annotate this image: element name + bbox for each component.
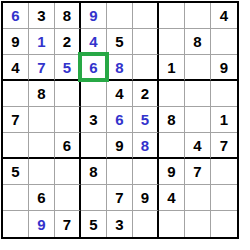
cell-r5c3[interactable] xyxy=(55,107,81,133)
cell-r7c4[interactable]: 8 xyxy=(81,159,107,185)
cell-r7c6[interactable] xyxy=(133,159,159,185)
cell-r2c4[interactable]: 4 xyxy=(81,29,107,55)
cell-r6c1[interactable] xyxy=(3,133,29,159)
cell-r2c8[interactable]: 8 xyxy=(185,29,211,55)
cell-r1c4[interactable]: 9 xyxy=(81,3,107,29)
cell-r1c1[interactable]: 6 xyxy=(3,3,29,29)
cell-r3c1[interactable]: 4 xyxy=(3,55,29,81)
cell-r1c3[interactable]: 8 xyxy=(55,3,81,29)
cell-r8c3[interactable] xyxy=(55,185,81,211)
cell-r1c7[interactable] xyxy=(159,3,185,29)
cell-r1c5[interactable] xyxy=(107,3,133,29)
cell-r2c6[interactable] xyxy=(133,29,159,55)
cell-r3c8[interactable] xyxy=(185,55,211,81)
cell-r8c9[interactable] xyxy=(211,185,237,211)
cell-r5c8[interactable] xyxy=(185,107,211,133)
cell-r1c9[interactable]: 4 xyxy=(211,3,237,29)
cell-r1c8[interactable] xyxy=(185,3,211,29)
cell-r5c2[interactable] xyxy=(29,107,55,133)
cell-r7c7[interactable]: 9 xyxy=(159,159,185,185)
cell-r3c6[interactable] xyxy=(133,55,159,81)
cell-r5c7[interactable]: 8 xyxy=(159,107,185,133)
cell-r1c6[interactable] xyxy=(133,3,159,29)
cell-r9c9[interactable] xyxy=(211,211,237,237)
cell-r2c7[interactable] xyxy=(159,29,185,55)
cell-r4c4[interactable] xyxy=(81,81,107,107)
cell-r4c1[interactable] xyxy=(3,81,29,107)
cell-r3c3[interactable]: 5 xyxy=(55,55,81,81)
cell-r2c1[interactable]: 9 xyxy=(3,29,29,55)
cell-r8c4[interactable] xyxy=(81,185,107,211)
cell-r9c8[interactable] xyxy=(185,211,211,237)
cell-r7c8[interactable]: 7 xyxy=(185,159,211,185)
cell-r6c7[interactable] xyxy=(159,133,185,159)
cell-r1c2[interactable]: 3 xyxy=(29,3,55,29)
cell-r6c6[interactable]: 8 xyxy=(133,133,159,159)
cell-r5c9[interactable]: 1 xyxy=(211,107,237,133)
cell-r9c2[interactable]: 9 xyxy=(29,211,55,237)
cell-r6c8[interactable]: 4 xyxy=(185,133,211,159)
cell-r7c3[interactable] xyxy=(55,159,81,185)
cell-r4c7[interactable] xyxy=(159,81,185,107)
cell-r6c9[interactable]: 7 xyxy=(211,133,237,159)
cell-r3c4[interactable]: 6 xyxy=(81,55,107,81)
cell-r9c4[interactable]: 5 xyxy=(81,211,107,237)
cell-r3c2[interactable]: 7 xyxy=(29,55,55,81)
cell-r9c6[interactable] xyxy=(133,211,159,237)
cell-r6c5[interactable]: 9 xyxy=(107,133,133,159)
cell-r8c1[interactable] xyxy=(3,185,29,211)
cell-r5c6[interactable]: 5 xyxy=(133,107,159,133)
cell-r7c2[interactable] xyxy=(29,159,55,185)
cell-r4c2[interactable]: 8 xyxy=(29,81,55,107)
cell-r5c5[interactable]: 6 xyxy=(107,107,133,133)
sudoku-board: 6389491245847568198427365816984758976794… xyxy=(1,1,239,239)
cell-r9c7[interactable] xyxy=(159,211,185,237)
cell-r8c5[interactable]: 7 xyxy=(107,185,133,211)
cell-r3c5[interactable]: 8 xyxy=(107,55,133,81)
cell-r8c2[interactable]: 6 xyxy=(29,185,55,211)
cell-r8c8[interactable] xyxy=(185,185,211,211)
cell-r5c1[interactable]: 7 xyxy=(3,107,29,133)
cell-r9c1[interactable] xyxy=(3,211,29,237)
cell-r7c5[interactable] xyxy=(107,159,133,185)
cell-r4c8[interactable] xyxy=(185,81,211,107)
cell-r2c3[interactable]: 2 xyxy=(55,29,81,55)
cell-r7c9[interactable] xyxy=(211,159,237,185)
cell-r7c1[interactable]: 5 xyxy=(3,159,29,185)
cell-r6c3[interactable]: 6 xyxy=(55,133,81,159)
cell-r9c5[interactable]: 3 xyxy=(107,211,133,237)
cell-r4c9[interactable] xyxy=(211,81,237,107)
cell-r9c3[interactable]: 7 xyxy=(55,211,81,237)
cell-r6c2[interactable] xyxy=(29,133,55,159)
cell-r4c6[interactable]: 2 xyxy=(133,81,159,107)
cell-r3c7[interactable]: 1 xyxy=(159,55,185,81)
cell-r2c2[interactable]: 1 xyxy=(29,29,55,55)
cell-r2c9[interactable] xyxy=(211,29,237,55)
cell-r8c7[interactable]: 4 xyxy=(159,185,185,211)
cell-r4c3[interactable] xyxy=(55,81,81,107)
cell-r8c6[interactable]: 9 xyxy=(133,185,159,211)
cell-r6c4[interactable] xyxy=(81,133,107,159)
cell-r2c5[interactable]: 5 xyxy=(107,29,133,55)
cell-r5c4[interactable]: 3 xyxy=(81,107,107,133)
cell-r3c9[interactable]: 9 xyxy=(211,55,237,81)
cell-r4c5[interactable]: 4 xyxy=(107,81,133,107)
